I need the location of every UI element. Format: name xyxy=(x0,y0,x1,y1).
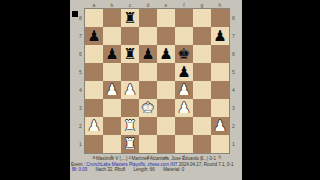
square-d8[interactable] xyxy=(139,9,157,27)
square-h7[interactable]: ♟ xyxy=(211,27,229,45)
last-move-text: Nach 32. Rbc8 xyxy=(96,167,126,172)
square-h6[interactable] xyxy=(211,45,229,63)
black-pawn: ♟ xyxy=(141,45,154,63)
black-pawn: ♟ xyxy=(177,63,190,81)
file-label-h: h xyxy=(211,1,229,9)
clock-value: Bl: 0:09 xyxy=(72,167,87,172)
status-line: Bl: 0:09 Nach 32. Rbc8 Length: 66 Materi… xyxy=(70,167,242,173)
square-e7[interactable] xyxy=(157,27,175,45)
rank-label-7: 7 xyxy=(77,27,84,45)
square-d5[interactable] xyxy=(139,63,157,81)
file-label-e: e xyxy=(157,1,175,9)
square-g3[interactable] xyxy=(193,99,211,117)
square-b6[interactable]: ♟ xyxy=(103,45,121,63)
square-g8[interactable] xyxy=(193,9,211,27)
rank-label-4: 4 xyxy=(230,81,237,99)
square-e3[interactable] xyxy=(157,99,175,117)
square-h4[interactable] xyxy=(211,81,229,99)
file-label-b: b xyxy=(103,1,121,9)
square-g1[interactable] xyxy=(193,135,211,153)
white-king: ♚ xyxy=(141,99,154,117)
square-f8[interactable] xyxy=(175,9,193,27)
square-b8[interactable] xyxy=(103,9,121,27)
square-f7[interactable] xyxy=(175,27,193,45)
white-pawn: ♟ xyxy=(177,99,190,117)
square-a1[interactable] xyxy=(85,135,103,153)
square-e4[interactable] xyxy=(157,81,175,99)
square-h1[interactable] xyxy=(211,135,229,153)
square-f2[interactable] xyxy=(175,117,193,135)
black-pawn: ♟ xyxy=(105,45,118,63)
square-a8[interactable] xyxy=(85,9,103,27)
square-g7[interactable] xyxy=(193,27,211,45)
rank-label-7: 7 xyxy=(230,27,237,45)
rank-label-2: 2 xyxy=(77,117,84,135)
chess-diagram-panel: abcdefgh 87654321 ♜♟♟♟♜♟♟♚♟♟♟♟♚♟♟♜♟♜ 876… xyxy=(70,0,242,180)
rank-label-5: 5 xyxy=(77,63,84,81)
chess-board[interactable]: ♜♟♟♟♜♟♟♚♟♟♟♟♚♟♟♜♟♜ xyxy=(85,9,229,153)
square-h3[interactable] xyxy=(211,99,229,117)
square-a6[interactable] xyxy=(85,45,103,63)
square-b3[interactable] xyxy=(103,99,121,117)
game-info-footer: Mastinov V (....) - Martinez Alcantara, … xyxy=(70,156,242,173)
file-label-f: f xyxy=(175,1,193,9)
square-h5[interactable] xyxy=(211,63,229,81)
square-f6[interactable]: ♚ xyxy=(175,45,193,63)
square-c3[interactable] xyxy=(121,99,139,117)
square-g6[interactable] xyxy=(193,45,211,63)
rank-label-1: 1 xyxy=(77,135,84,153)
video-frame: abcdefgh 87654321 ♜♟♟♟♜♟♟♚♟♟♟♟♚♟♟♜♟♜ 876… xyxy=(0,0,320,180)
square-b1[interactable] xyxy=(103,135,121,153)
game-length: Length: 66 xyxy=(134,167,155,172)
square-e5[interactable] xyxy=(157,63,175,81)
black-pawn: ♟ xyxy=(87,27,100,45)
square-a7[interactable]: ♟ xyxy=(85,27,103,45)
black-rook: ♜ xyxy=(123,45,136,63)
rank-label-8: 8 xyxy=(77,9,84,27)
square-d7[interactable] xyxy=(139,27,157,45)
square-d2[interactable] xyxy=(139,117,157,135)
rank-label-1: 1 xyxy=(230,135,237,153)
event-label: Event : xyxy=(71,162,85,167)
square-f3[interactable]: ♟ xyxy=(175,99,193,117)
square-c2[interactable]: ♜ xyxy=(121,117,139,135)
white-pawn: ♟ xyxy=(123,81,136,99)
square-e8[interactable] xyxy=(157,9,175,27)
square-e2[interactable] xyxy=(157,117,175,135)
square-b2[interactable] xyxy=(103,117,121,135)
black-king: ♚ xyxy=(177,45,190,63)
square-g2[interactable] xyxy=(193,117,211,135)
rank-labels-right: 87654321 xyxy=(230,9,237,153)
white-pawn: ♟ xyxy=(105,81,118,99)
white-pawn: ♟ xyxy=(213,117,226,135)
square-g5[interactable] xyxy=(193,63,211,81)
event-link[interactable]: CrunchLabs Masters Playoffs, chess.com I… xyxy=(86,162,177,167)
square-f4[interactable]: ♟ xyxy=(175,81,193,99)
rank-label-6: 6 xyxy=(230,45,237,63)
square-c5[interactable] xyxy=(121,63,139,81)
square-d4[interactable] xyxy=(139,81,157,99)
square-a4[interactable] xyxy=(85,81,103,99)
square-c4[interactable]: ♟ xyxy=(121,81,139,99)
event-tail: 2024.04.17, Round 7.1, 0-1 xyxy=(179,162,234,167)
square-c6[interactable]: ♜ xyxy=(121,45,139,63)
black-pawn: ♟ xyxy=(159,45,172,63)
black-pawn: ♟ xyxy=(213,27,226,45)
file-label-a: a xyxy=(85,1,103,9)
square-e6[interactable]: ♟ xyxy=(157,45,175,63)
square-b4[interactable]: ♟ xyxy=(103,81,121,99)
square-c7[interactable] xyxy=(121,27,139,45)
square-c8[interactable]: ♜ xyxy=(121,9,139,27)
white-pawn: ♟ xyxy=(87,117,100,135)
file-label-g: g xyxy=(193,1,211,9)
square-b7[interactable] xyxy=(103,27,121,45)
square-h2[interactable]: ♟ xyxy=(211,117,229,135)
square-d6[interactable]: ♟ xyxy=(139,45,157,63)
square-g4[interactable] xyxy=(193,81,211,99)
black-rook: ♜ xyxy=(123,9,136,27)
material-balance: Material: 0 xyxy=(163,167,184,172)
file-label-d: d xyxy=(139,1,157,9)
rank-label-6: 6 xyxy=(77,45,84,63)
square-a5[interactable] xyxy=(85,63,103,81)
square-d1[interactable] xyxy=(139,135,157,153)
square-b5[interactable] xyxy=(103,63,121,81)
rank-labels-left: 87654321 xyxy=(77,9,84,153)
rank-label-3: 3 xyxy=(230,99,237,117)
square-e1[interactable] xyxy=(157,135,175,153)
square-a2[interactable]: ♟ xyxy=(85,117,103,135)
square-c1[interactable]: ♜ xyxy=(121,135,139,153)
square-a3[interactable] xyxy=(85,99,103,117)
rank-label-2: 2 xyxy=(230,117,237,135)
square-f1[interactable] xyxy=(175,135,193,153)
square-f5[interactable]: ♟ xyxy=(175,63,193,81)
white-rook: ♜ xyxy=(123,135,136,153)
white-rook: ♜ xyxy=(123,117,136,135)
file-labels-top: abcdefgh xyxy=(85,1,229,9)
square-h8[interactable] xyxy=(211,9,229,27)
square-d3[interactable]: ♚ xyxy=(139,99,157,117)
rank-label-8: 8 xyxy=(230,9,237,27)
rank-label-3: 3 xyxy=(77,99,84,117)
rank-label-5: 5 xyxy=(230,63,237,81)
white-pawn: ♟ xyxy=(177,81,190,99)
rank-label-4: 4 xyxy=(77,81,84,99)
